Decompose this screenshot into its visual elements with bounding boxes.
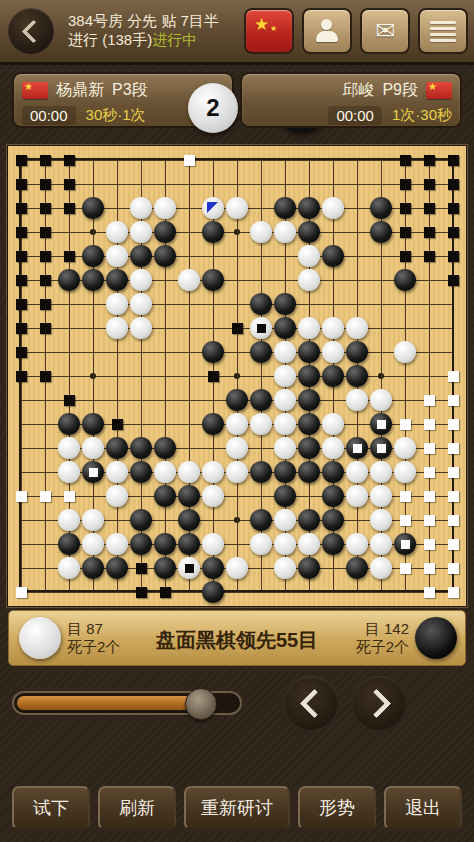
board-cell[interactable] bbox=[153, 292, 177, 316]
board-cell[interactable] bbox=[105, 532, 129, 556]
board-cell[interactable] bbox=[201, 508, 225, 532]
board-cell[interactable] bbox=[177, 460, 201, 484]
board-cell[interactable] bbox=[129, 532, 153, 556]
board-cell[interactable] bbox=[225, 196, 249, 220]
board-cell[interactable] bbox=[153, 508, 177, 532]
board-cell[interactable] bbox=[345, 148, 369, 172]
board-cell[interactable] bbox=[417, 412, 441, 436]
board-cell[interactable] bbox=[369, 244, 393, 268]
board-cell[interactable] bbox=[81, 580, 105, 604]
board-cell[interactable] bbox=[345, 244, 369, 268]
flag-button[interactable]: ★ ★ bbox=[244, 8, 294, 54]
board-cell[interactable] bbox=[153, 460, 177, 484]
board-cell[interactable] bbox=[81, 268, 105, 292]
board-cell[interactable] bbox=[9, 244, 33, 268]
board-cell[interactable] bbox=[57, 436, 81, 460]
board-cell[interactable] bbox=[249, 364, 273, 388]
slider-handle[interactable] bbox=[185, 688, 217, 720]
board-cell[interactable] bbox=[321, 364, 345, 388]
board-cell[interactable] bbox=[129, 196, 153, 220]
board-cell[interactable] bbox=[273, 244, 297, 268]
board-cell[interactable] bbox=[33, 268, 57, 292]
board-cell[interactable] bbox=[81, 244, 105, 268]
previous-move-button[interactable] bbox=[284, 676, 338, 730]
board-cell[interactable] bbox=[321, 244, 345, 268]
board-cell[interactable] bbox=[297, 172, 321, 196]
board-cell[interactable] bbox=[393, 196, 417, 220]
position-estimate-button[interactable]: 形势 bbox=[298, 786, 376, 830]
board-cell[interactable] bbox=[105, 436, 129, 460]
board-cell[interactable] bbox=[81, 292, 105, 316]
board-cell[interactable] bbox=[321, 292, 345, 316]
board-cell[interactable] bbox=[153, 364, 177, 388]
board-cell[interactable] bbox=[105, 556, 129, 580]
board-cell[interactable] bbox=[441, 316, 465, 340]
board-cell[interactable] bbox=[129, 556, 153, 580]
board-cell[interactable] bbox=[417, 316, 441, 340]
board-cell[interactable] bbox=[225, 292, 249, 316]
board-cell[interactable] bbox=[33, 388, 57, 412]
board-cell[interactable] bbox=[153, 436, 177, 460]
board-cell[interactable] bbox=[417, 196, 441, 220]
board-cell[interactable] bbox=[321, 316, 345, 340]
board-cell[interactable] bbox=[321, 580, 345, 604]
board-cell[interactable] bbox=[33, 220, 57, 244]
board-cell[interactable] bbox=[441, 484, 465, 508]
board-cell[interactable] bbox=[297, 412, 321, 436]
board-cell[interactable] bbox=[57, 388, 81, 412]
board-cell[interactable] bbox=[273, 388, 297, 412]
board-cell[interactable] bbox=[345, 268, 369, 292]
board-cell[interactable] bbox=[177, 316, 201, 340]
board-cell[interactable] bbox=[297, 148, 321, 172]
board-cell[interactable] bbox=[321, 220, 345, 244]
board-cell[interactable] bbox=[441, 148, 465, 172]
board-cell[interactable] bbox=[177, 244, 201, 268]
board-cell[interactable] bbox=[393, 172, 417, 196]
board-cell[interactable] bbox=[9, 316, 33, 340]
board-cell[interactable] bbox=[345, 556, 369, 580]
board-cell[interactable] bbox=[393, 532, 417, 556]
board-cell[interactable] bbox=[57, 532, 81, 556]
board-cell[interactable] bbox=[57, 292, 81, 316]
board-cell[interactable] bbox=[153, 340, 177, 364]
board-cell[interactable] bbox=[129, 388, 153, 412]
board-cell[interactable] bbox=[9, 436, 33, 460]
board-cell[interactable] bbox=[129, 436, 153, 460]
board-cell[interactable] bbox=[105, 220, 129, 244]
board-cell[interactable] bbox=[273, 196, 297, 220]
board-cell[interactable] bbox=[441, 532, 465, 556]
board-cell[interactable] bbox=[129, 364, 153, 388]
board-cell[interactable] bbox=[33, 316, 57, 340]
board-cell[interactable] bbox=[273, 220, 297, 244]
board-cell[interactable] bbox=[81, 220, 105, 244]
board-cell[interactable] bbox=[417, 172, 441, 196]
board-cell[interactable] bbox=[249, 436, 273, 460]
board-cell[interactable] bbox=[249, 244, 273, 268]
board-cell[interactable] bbox=[81, 436, 105, 460]
board-cell[interactable] bbox=[129, 460, 153, 484]
board-cell[interactable] bbox=[249, 388, 273, 412]
board-cell[interactable] bbox=[9, 340, 33, 364]
board-cell[interactable] bbox=[201, 484, 225, 508]
board-cell[interactable] bbox=[369, 268, 393, 292]
board-cell[interactable] bbox=[345, 436, 369, 460]
board-cell[interactable] bbox=[345, 412, 369, 436]
board-cell[interactable] bbox=[225, 532, 249, 556]
board-cell[interactable] bbox=[33, 436, 57, 460]
board-cell[interactable] bbox=[129, 172, 153, 196]
board-cell[interactable] bbox=[441, 436, 465, 460]
board-cell[interactable] bbox=[345, 532, 369, 556]
board-cell[interactable] bbox=[9, 412, 33, 436]
board-cell[interactable] bbox=[297, 484, 321, 508]
board-cell[interactable] bbox=[249, 148, 273, 172]
board-cell[interactable] bbox=[33, 508, 57, 532]
board-cell[interactable] bbox=[393, 148, 417, 172]
board-cell[interactable] bbox=[177, 364, 201, 388]
board-cell[interactable] bbox=[153, 580, 177, 604]
board-cell[interactable] bbox=[369, 340, 393, 364]
board-cell[interactable] bbox=[57, 148, 81, 172]
board-cell[interactable] bbox=[57, 460, 81, 484]
board-cell[interactable] bbox=[441, 580, 465, 604]
board-cell[interactable] bbox=[9, 148, 33, 172]
board-cell[interactable] bbox=[153, 268, 177, 292]
board-cell[interactable] bbox=[369, 556, 393, 580]
board-cell[interactable] bbox=[129, 292, 153, 316]
board-cell[interactable] bbox=[57, 580, 81, 604]
board-cell[interactable] bbox=[225, 340, 249, 364]
board-cell[interactable] bbox=[9, 460, 33, 484]
board-cell[interactable] bbox=[441, 508, 465, 532]
board-cell[interactable] bbox=[417, 340, 441, 364]
board-cell[interactable] bbox=[345, 580, 369, 604]
board-cell[interactable] bbox=[393, 436, 417, 460]
board-cell[interactable] bbox=[201, 220, 225, 244]
board-cell[interactable] bbox=[249, 316, 273, 340]
move-slider[interactable] bbox=[12, 691, 242, 715]
board-cell[interactable] bbox=[297, 460, 321, 484]
board-cell[interactable] bbox=[177, 292, 201, 316]
board-cell[interactable] bbox=[273, 340, 297, 364]
menu-button[interactable] bbox=[418, 8, 468, 54]
board-cell[interactable] bbox=[201, 268, 225, 292]
board-cell[interactable] bbox=[201, 532, 225, 556]
board-cell[interactable] bbox=[273, 292, 297, 316]
board-cell[interactable] bbox=[177, 580, 201, 604]
message-button[interactable]: ✉ bbox=[360, 8, 410, 54]
board-cell[interactable] bbox=[417, 388, 441, 412]
board-cell[interactable] bbox=[273, 268, 297, 292]
board-cell[interactable] bbox=[321, 196, 345, 220]
board-cell[interactable] bbox=[345, 292, 369, 316]
board-cell[interactable] bbox=[441, 292, 465, 316]
board-cell[interactable] bbox=[201, 556, 225, 580]
board-cell[interactable] bbox=[81, 364, 105, 388]
board-cell[interactable] bbox=[9, 292, 33, 316]
board-cell[interactable] bbox=[369, 412, 393, 436]
board-cell[interactable] bbox=[249, 268, 273, 292]
board-cell[interactable] bbox=[417, 484, 441, 508]
profile-button[interactable] bbox=[302, 8, 352, 54]
board-cell[interactable] bbox=[321, 388, 345, 412]
board-cell[interactable] bbox=[153, 484, 177, 508]
board-cell[interactable] bbox=[57, 340, 81, 364]
board-cell[interactable] bbox=[393, 220, 417, 244]
board-cell[interactable] bbox=[225, 364, 249, 388]
board-cell[interactable] bbox=[81, 412, 105, 436]
board-cell[interactable] bbox=[105, 484, 129, 508]
board-cell[interactable] bbox=[105, 172, 129, 196]
board-cell[interactable] bbox=[153, 220, 177, 244]
board-cell[interactable] bbox=[57, 508, 81, 532]
board-cell[interactable] bbox=[345, 460, 369, 484]
board-cell[interactable] bbox=[177, 484, 201, 508]
board-cell[interactable] bbox=[417, 244, 441, 268]
board-cell[interactable] bbox=[129, 220, 153, 244]
board-cell[interactable] bbox=[321, 172, 345, 196]
board-cell[interactable] bbox=[369, 508, 393, 532]
board-cell[interactable] bbox=[297, 556, 321, 580]
board-cell[interactable] bbox=[369, 580, 393, 604]
board-cell[interactable] bbox=[273, 556, 297, 580]
board-cell[interactable] bbox=[393, 364, 417, 388]
board-cell[interactable] bbox=[417, 436, 441, 460]
board-cell[interactable] bbox=[393, 556, 417, 580]
board-cell[interactable] bbox=[105, 412, 129, 436]
board-cell[interactable] bbox=[297, 532, 321, 556]
board-cell[interactable] bbox=[369, 532, 393, 556]
board-cell[interactable] bbox=[33, 460, 57, 484]
board-cell[interactable] bbox=[393, 292, 417, 316]
board-cell[interactable] bbox=[417, 148, 441, 172]
board-cell[interactable] bbox=[417, 508, 441, 532]
board-cell[interactable] bbox=[249, 196, 273, 220]
board-cell[interactable] bbox=[129, 244, 153, 268]
board-cell[interactable] bbox=[273, 508, 297, 532]
board-cell[interactable] bbox=[9, 196, 33, 220]
board-cell[interactable] bbox=[249, 340, 273, 364]
try-move-button[interactable]: 试下 bbox=[12, 786, 90, 830]
board-cell[interactable] bbox=[417, 292, 441, 316]
board-cell[interactable] bbox=[441, 556, 465, 580]
board-cell[interactable] bbox=[393, 508, 417, 532]
board-cell[interactable] bbox=[153, 532, 177, 556]
board-cell[interactable] bbox=[201, 316, 225, 340]
board-cell[interactable] bbox=[321, 436, 345, 460]
board-cell[interactable] bbox=[129, 484, 153, 508]
board-cell[interactable] bbox=[201, 436, 225, 460]
board-cell[interactable] bbox=[129, 412, 153, 436]
board-cell[interactable] bbox=[321, 484, 345, 508]
board-cell[interactable] bbox=[393, 244, 417, 268]
board-cell[interactable] bbox=[57, 556, 81, 580]
board-cell[interactable] bbox=[33, 244, 57, 268]
board-cell[interactable] bbox=[273, 316, 297, 340]
board-cell[interactable] bbox=[9, 388, 33, 412]
board-cell[interactable] bbox=[273, 364, 297, 388]
board-cell[interactable] bbox=[225, 388, 249, 412]
board-cell[interactable] bbox=[177, 388, 201, 412]
board-cell[interactable] bbox=[33, 532, 57, 556]
board-cell[interactable] bbox=[201, 580, 225, 604]
board-cell[interactable] bbox=[273, 460, 297, 484]
board-cell[interactable] bbox=[393, 412, 417, 436]
board-cell[interactable] bbox=[105, 316, 129, 340]
board-cell[interactable] bbox=[33, 196, 57, 220]
board-cell[interactable] bbox=[153, 148, 177, 172]
board-cell[interactable] bbox=[225, 316, 249, 340]
board-cell[interactable] bbox=[393, 268, 417, 292]
board-cell[interactable] bbox=[177, 148, 201, 172]
board-cell[interactable] bbox=[321, 532, 345, 556]
board-cell[interactable] bbox=[321, 268, 345, 292]
board-cell[interactable] bbox=[81, 196, 105, 220]
board-cell[interactable] bbox=[441, 340, 465, 364]
board-cell[interactable] bbox=[57, 364, 81, 388]
board-cell[interactable] bbox=[441, 364, 465, 388]
board-cell[interactable] bbox=[249, 556, 273, 580]
board-cell[interactable] bbox=[81, 340, 105, 364]
board-cell[interactable] bbox=[105, 292, 129, 316]
board-cell[interactable] bbox=[9, 580, 33, 604]
board-cell[interactable] bbox=[153, 556, 177, 580]
board-cell[interactable] bbox=[9, 556, 33, 580]
board-cell[interactable] bbox=[153, 316, 177, 340]
board-cell[interactable] bbox=[417, 220, 441, 244]
board-cell[interactable] bbox=[249, 508, 273, 532]
board-cell[interactable] bbox=[225, 268, 249, 292]
board-cell[interactable] bbox=[33, 484, 57, 508]
board-cell[interactable] bbox=[393, 340, 417, 364]
board-cell[interactable] bbox=[225, 244, 249, 268]
board-cell[interactable] bbox=[105, 388, 129, 412]
board-cell[interactable] bbox=[273, 412, 297, 436]
board-cell[interactable] bbox=[105, 508, 129, 532]
board-cell[interactable] bbox=[321, 556, 345, 580]
board-cell[interactable] bbox=[153, 388, 177, 412]
board-cell[interactable] bbox=[177, 340, 201, 364]
board-cell[interactable] bbox=[249, 580, 273, 604]
board-cell[interactable] bbox=[225, 436, 249, 460]
board-cell[interactable] bbox=[177, 532, 201, 556]
board-cell[interactable] bbox=[273, 580, 297, 604]
board-cell[interactable] bbox=[297, 364, 321, 388]
board-cell[interactable] bbox=[297, 196, 321, 220]
board-cell[interactable] bbox=[393, 580, 417, 604]
board-cell[interactable] bbox=[369, 196, 393, 220]
board-cell[interactable] bbox=[105, 580, 129, 604]
next-move-button[interactable] bbox=[352, 676, 406, 730]
board-cell[interactable] bbox=[81, 532, 105, 556]
board-cell[interactable] bbox=[369, 148, 393, 172]
board-cell[interactable] bbox=[9, 532, 33, 556]
board-cell[interactable] bbox=[177, 508, 201, 532]
board-cell[interactable] bbox=[417, 532, 441, 556]
board-cell[interactable] bbox=[225, 220, 249, 244]
board-cell[interactable] bbox=[9, 220, 33, 244]
board-cell[interactable] bbox=[441, 412, 465, 436]
board-cell[interactable] bbox=[57, 220, 81, 244]
board-cell[interactable] bbox=[9, 268, 33, 292]
board-cell[interactable] bbox=[201, 388, 225, 412]
board-cell[interactable] bbox=[81, 508, 105, 532]
board-cell[interactable] bbox=[441, 172, 465, 196]
board-cell[interactable] bbox=[177, 196, 201, 220]
board-cell[interactable] bbox=[225, 412, 249, 436]
board-cell[interactable] bbox=[441, 196, 465, 220]
board-cell[interactable] bbox=[57, 268, 81, 292]
board-cell[interactable] bbox=[129, 316, 153, 340]
board-cell[interactable] bbox=[369, 292, 393, 316]
board-cell[interactable] bbox=[369, 364, 393, 388]
board-cell[interactable] bbox=[297, 340, 321, 364]
board-cell[interactable] bbox=[105, 340, 129, 364]
board-cell[interactable] bbox=[393, 460, 417, 484]
board-cell[interactable] bbox=[177, 556, 201, 580]
board-cell[interactable] bbox=[297, 508, 321, 532]
board-cell[interactable] bbox=[345, 484, 369, 508]
back-button[interactable] bbox=[8, 8, 54, 54]
board-cell[interactable] bbox=[417, 460, 441, 484]
board-cell[interactable] bbox=[33, 340, 57, 364]
board-cell[interactable] bbox=[393, 388, 417, 412]
board-cell[interactable] bbox=[345, 508, 369, 532]
board-cell[interactable] bbox=[177, 220, 201, 244]
board-cell[interactable] bbox=[201, 364, 225, 388]
board-cell[interactable] bbox=[57, 196, 81, 220]
board-cell[interactable] bbox=[369, 316, 393, 340]
board-cell[interactable] bbox=[225, 484, 249, 508]
board-cell[interactable] bbox=[321, 460, 345, 484]
board-cell[interactable] bbox=[105, 244, 129, 268]
board-cell[interactable] bbox=[81, 148, 105, 172]
board-cell[interactable] bbox=[153, 244, 177, 268]
board-cell[interactable] bbox=[9, 508, 33, 532]
board-cell[interactable] bbox=[201, 196, 225, 220]
board-cell[interactable] bbox=[201, 172, 225, 196]
board-cell[interactable] bbox=[297, 220, 321, 244]
board-cell[interactable] bbox=[441, 388, 465, 412]
board-cell[interactable] bbox=[417, 268, 441, 292]
board-cell[interactable] bbox=[321, 412, 345, 436]
board-cell[interactable] bbox=[297, 244, 321, 268]
board-cell[interactable] bbox=[201, 292, 225, 316]
board-cell[interactable] bbox=[273, 148, 297, 172]
board-cell[interactable] bbox=[273, 484, 297, 508]
board-cell[interactable] bbox=[201, 460, 225, 484]
board-cell[interactable] bbox=[105, 268, 129, 292]
board-cell[interactable] bbox=[417, 364, 441, 388]
board-cell[interactable] bbox=[57, 244, 81, 268]
restart-review-button[interactable]: 重新研讨 bbox=[184, 786, 290, 830]
board-cell[interactable] bbox=[105, 148, 129, 172]
board-cell[interactable] bbox=[33, 412, 57, 436]
board-cell[interactable] bbox=[297, 316, 321, 340]
board-cell[interactable] bbox=[369, 172, 393, 196]
board-cell[interactable] bbox=[177, 412, 201, 436]
board-cell[interactable] bbox=[321, 148, 345, 172]
board-cell[interactable] bbox=[129, 340, 153, 364]
board-cell[interactable] bbox=[129, 148, 153, 172]
board-cell[interactable] bbox=[81, 388, 105, 412]
board-cell[interactable] bbox=[345, 340, 369, 364]
exit-button[interactable]: 退出 bbox=[384, 786, 462, 830]
board-cell[interactable] bbox=[345, 196, 369, 220]
board-cell[interactable] bbox=[57, 172, 81, 196]
